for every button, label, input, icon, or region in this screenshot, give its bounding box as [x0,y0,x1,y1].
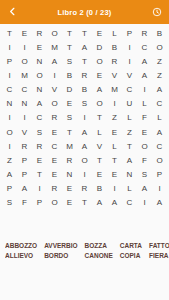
grid-cell-r9c2[interactable]: R [17,139,32,153]
grid-cell-r1c7[interactable]: E [92,26,107,40]
grid-cell-r12c1[interactable]: P [2,182,17,196]
word-bozza: BOZZA [85,241,113,251]
clock-icon [152,3,162,21]
grid-cell-r10c9[interactable]: A [122,153,137,167]
grid-cell-r4c9[interactable]: V [122,68,137,82]
grid-cell-r5c7[interactable]: A [92,83,107,97]
grid-cell-r3c1[interactable]: P [2,54,17,68]
back-button[interactable] [0,0,24,24]
grid-cell-r8c10[interactable]: E [137,125,152,139]
grid-cell-r3c8[interactable]: R [107,54,122,68]
grid-cell-r13c5[interactable]: E [62,196,77,210]
grid-cell-r4c11[interactable]: Z [152,68,167,82]
grid-cell-r4c5[interactable]: B [62,68,77,82]
grid-cell-r3c4[interactable]: A [47,54,62,68]
grid-cell-r3c7[interactable]: O [92,54,107,68]
grid-cell-r3c6[interactable]: T [77,54,92,68]
word-fatto: FATTO [149,241,169,251]
grid-cell-r10c6[interactable]: O [77,153,92,167]
grid-cell-r7c7[interactable]: T [92,111,107,125]
grid-cell-r9c11[interactable]: C [152,139,167,153]
grid-cell-r10c1[interactable]: Z [2,153,17,167]
grid-cell-r11c3[interactable]: T [32,168,47,182]
grid-cell-r12c11[interactable]: I [152,182,167,196]
grid-cell-r8c8[interactable]: E [107,125,122,139]
grid-cell-r1c1[interactable]: T [2,26,17,40]
grid-cell-r11c8[interactable]: E [107,168,122,182]
app-bar: Libro 2 (0 / 23) [0,0,169,24]
grid-cell-r4c2[interactable]: M [17,68,32,82]
grid-cell-r5c6[interactable]: B [77,83,92,97]
grid-cell-r5c2[interactable]: C [17,83,32,97]
grid-cell-r1c8[interactable]: L [107,26,122,40]
grid-cell-r9c7[interactable]: V [92,139,107,153]
grid-cell-r5c8[interactable]: M [107,83,122,97]
grid-cell-r4c6[interactable]: R [77,68,92,82]
grid-cell-r5c3[interactable]: N [32,83,47,97]
grid-cell-r11c6[interactable]: I [77,168,92,182]
grid-cell-r3c2[interactable]: O [17,54,32,68]
grid-cell-r7c6[interactable]: I [77,111,92,125]
grid-cell-r11c11[interactable]: P [152,168,167,182]
grid-cell-r4c8[interactable]: V [107,68,122,82]
grid-cell-r2c5[interactable]: T [62,40,77,54]
grid-cell-r1c2[interactable]: E [17,26,32,40]
word-abbozzo: ABBOZZO [5,241,37,251]
grid-cell-r6c4[interactable]: O [47,97,62,111]
grid-cell-r11c2[interactable]: P [17,168,32,182]
grid-cell-r4c7[interactable]: E [92,68,107,82]
grid-cell-r1c9[interactable]: P [122,26,137,40]
grid-cell-r13c8[interactable]: A [107,196,122,210]
grid-cell-r4c10[interactable]: A [137,68,152,82]
grid-cell-r7c10[interactable]: F [137,111,152,125]
page-title: Libro 2 (0 / 23) [24,8,145,17]
grid-cell-r12c7[interactable]: B [92,182,107,196]
grid-cell-r11c10[interactable]: S [137,168,152,182]
grid-cell-r6c8[interactable]: I [107,97,122,111]
grid-cell-r12c6[interactable]: R [77,182,92,196]
grid-cell-r8c1[interactable]: O [2,125,17,139]
grid-cell-r9c6[interactable]: A [77,139,92,153]
grid-cell-r10c3[interactable]: E [32,153,47,167]
grid-cell-r12c2[interactable]: A [17,182,32,196]
grid-cell-r5c5[interactable]: D [62,83,77,97]
grid-cell-r11c4[interactable]: E [47,168,62,182]
grid-cell-r7c5[interactable]: S [62,111,77,125]
grid-cell-r5c4[interactable]: V [47,83,62,97]
grid-cell-r6c11[interactable]: C [152,97,167,111]
grid-cell-r1c5[interactable]: T [62,26,77,40]
grid-cell-r7c11[interactable]: L [152,111,167,125]
word-carta: CARTA [120,241,142,251]
grid-cell-r6c9[interactable]: U [122,97,137,111]
grid-cell-r11c9[interactable]: N [122,168,137,182]
grid-cell-r13c9[interactable]: C [122,196,137,210]
grid-cell-r5c11[interactable]: A [152,83,167,97]
grid-cell-r12c5[interactable]: E [62,182,77,196]
grid-cell-r12c8[interactable]: I [107,182,122,196]
grid-cell-r4c4[interactable]: I [47,68,62,82]
word-column: CARTACOPIA [120,241,142,261]
grid-cell-r5c1[interactable]: C [2,83,17,97]
grid-cell-r2c8[interactable]: B [107,40,122,54]
grid-cell-r8c4[interactable]: E [47,125,62,139]
grid-cell-r3c9[interactable]: I [122,54,137,68]
grid-cell-r10c11[interactable]: O [152,153,167,167]
grid-cell-r6c5[interactable]: E [62,97,77,111]
grid-cell-r12c4[interactable]: R [47,182,62,196]
grid-cell-r13c10[interactable]: I [137,196,152,210]
grid-cell-r2c6[interactable]: A [77,40,92,54]
grid-cell-r8c6[interactable]: A [77,125,92,139]
grid-cell-r3c5[interactable]: S [62,54,77,68]
grid-cell-r6c1[interactable]: N [2,97,17,111]
grid-cell-r6c3[interactable]: A [32,97,47,111]
word-copia: COPIA [120,251,142,261]
chevron-left-icon [7,3,18,21]
word-allievo: ALLIEVO [5,251,37,261]
grid-cell-r7c8[interactable]: Z [107,111,122,125]
grid-cell-r9c4[interactable]: C [47,139,62,153]
word-list: ABBOZZOALLIEVOAVVERBIOBORDOBOZZACANONECA… [5,241,169,261]
word-canone: CANONE [85,251,113,261]
grid-cell-r9c3[interactable]: R [32,139,47,153]
word-column: AVVERBIOBORDO [44,241,77,261]
grid-cell-r11c1[interactable]: A [2,168,17,182]
word-bordo: BORDO [44,251,77,261]
word-column: BOZZACANONE [85,241,113,261]
grid-cell-r13c2[interactable]: F [17,196,32,210]
grid-cell-r5c10[interactable]: I [137,83,152,97]
grid-cell-r13c1[interactable]: S [2,196,17,210]
grid-cell-r7c4[interactable]: R [47,111,62,125]
grid-cell-r10c5[interactable]: R [62,153,77,167]
grid-cell-r6c6[interactable]: S [77,97,92,111]
grid-cell-r11c5[interactable]: N [62,168,77,182]
grid-cell-r8c5[interactable]: T [62,125,77,139]
grid-cell-r6c2[interactable]: N [17,97,32,111]
word-column: FATTOFIERA [149,241,169,261]
grid-cell-r2c10[interactable]: C [137,40,152,54]
grid-cell-r4c3[interactable]: O [32,68,47,82]
grid-cell-r13c6[interactable]: T [77,196,92,210]
grid-cell-r12c9[interactable]: L [122,182,137,196]
grid-cell-r8c3[interactable]: S [32,125,47,139]
grid-cell-r13c11[interactable]: A [152,196,167,210]
grid-cell-r2c9[interactable]: I [122,40,137,54]
grid-cell-r4c1[interactable]: I [2,68,17,82]
letter-grid: TEROTTELPRBIIEMTADBICOPONASTORIAZIMOIBRE… [2,26,167,210]
grid-cell-r1c3[interactable]: R [32,26,47,40]
grid-cell-r10c4[interactable]: E [47,153,62,167]
grid-cell-r9c10[interactable]: O [137,139,152,153]
grid-cell-r2c2[interactable]: I [17,40,32,54]
grid-cell-r8c11[interactable]: A [152,125,167,139]
grid-cell-r1c11[interactable]: B [152,26,167,40]
grid-cell-r10c2[interactable]: P [17,153,32,167]
word-column: ABBOZZOALLIEVO [5,241,37,261]
grid-cell-r2c3[interactable]: E [32,40,47,54]
grid-cell-r3c11[interactable]: Z [152,54,167,68]
grid-cell-r13c4[interactable]: O [47,196,62,210]
grid-cell-r8c2[interactable]: V [17,125,32,139]
grid-cell-r10c10[interactable]: F [137,153,152,167]
grid-cell-r1c10[interactable]: R [137,26,152,40]
grid-cell-r7c2[interactable]: I [17,111,32,125]
grid-cell-r7c3[interactable]: C [32,111,47,125]
grid-cell-r2c7[interactable]: D [92,40,107,54]
grid-cell-r2c4[interactable]: M [47,40,62,54]
grid-cell-r10c7[interactable]: T [92,153,107,167]
grid-cell-r2c1[interactable]: I [2,40,17,54]
word-search-screen: Libro 2 (0 / 23) TEROTTELPRBIIEMTADBICOP… [0,0,169,300]
grid-cell-r5c9[interactable]: C [122,83,137,97]
grid-cell-r8c9[interactable]: Z [122,125,137,139]
grid-cell-r3c10[interactable]: A [137,54,152,68]
grid-cell-r13c3[interactable]: P [32,196,47,210]
grid-cell-r9c9[interactable]: T [122,139,137,153]
grid-cell-r9c5[interactable]: M [62,139,77,153]
grid-cell-r7c9[interactable]: L [122,111,137,125]
grid-cell-r12c10[interactable]: A [137,182,152,196]
timer-button[interactable] [145,0,169,24]
grid-cell-r6c10[interactable]: L [137,97,152,111]
grid-cell-r8c7[interactable]: L [92,125,107,139]
grid-cell-r9c8[interactable]: L [107,139,122,153]
grid-cell-r3c3[interactable]: N [32,54,47,68]
grid-cell-r1c4[interactable]: O [47,26,62,40]
grid-cell-r11c7[interactable]: E [92,168,107,182]
grid-cell-r10c8[interactable]: T [107,153,122,167]
word-avverbio: AVVERBIO [44,241,77,251]
grid-cell-r7c1[interactable]: I [2,111,17,125]
word-fiera: FIERA [149,251,169,261]
grid-cell-r12c3[interactable]: I [32,182,47,196]
grid-cell-r6c7[interactable]: O [92,97,107,111]
grid-cell-r13c7[interactable]: A [92,196,107,210]
grid-cell-r2c11[interactable]: O [152,40,167,54]
grid-cell-r9c1[interactable]: I [2,139,17,153]
grid-cell-r1c6[interactable]: T [77,26,92,40]
